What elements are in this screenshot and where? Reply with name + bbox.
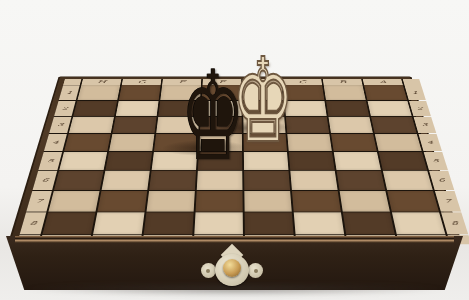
file-label-far-g: G — [121, 79, 160, 85]
square-a6[interactable] — [382, 171, 432, 190]
square-a4[interactable] — [374, 134, 421, 151]
square-a8[interactable] — [391, 212, 444, 234]
square-h7[interactable] — [48, 191, 99, 212]
file-label-far-a: A — [362, 79, 402, 85]
file-label-far-h: H — [81, 79, 121, 85]
rank-label-right-2: 2 — [408, 101, 430, 116]
rank-label-left-6: 6 — [32, 171, 57, 190]
square-h6[interactable] — [53, 171, 102, 190]
square-a1[interactable] — [364, 85, 407, 100]
rank-label-right-1: 1 — [404, 85, 425, 100]
rank-label-right-6: 6 — [429, 171, 454, 190]
square-g8[interactable] — [93, 212, 144, 234]
square-h1[interactable] — [77, 85, 120, 100]
rank-label-left-2: 2 — [54, 101, 76, 116]
square-h5[interactable] — [59, 152, 107, 170]
square-a7[interactable] — [387, 191, 439, 212]
square-f7[interactable] — [146, 191, 194, 212]
rank-label-left-1: 1 — [58, 85, 79, 100]
square-c5[interactable] — [288, 152, 334, 170]
square-f8[interactable] — [143, 212, 193, 234]
rank-label-right-3: 3 — [413, 117, 436, 133]
square-c8[interactable] — [293, 212, 343, 234]
square-g2[interactable] — [115, 101, 158, 116]
clasp-brass-button[interactable] — [223, 259, 241, 277]
clasp-screw-right-icon — [254, 269, 258, 273]
black-king-piece[interactable]: ♚ — [178, 66, 248, 168]
square-g5[interactable] — [105, 152, 152, 170]
square-c7[interactable] — [291, 191, 340, 212]
square-g1[interactable] — [118, 85, 160, 100]
rank-label-left-5: 5 — [38, 152, 62, 170]
file-label-far-b: B — [322, 79, 362, 85]
square-b2[interactable] — [326, 101, 369, 116]
square-b8[interactable] — [342, 212, 394, 234]
square-g7[interactable] — [97, 191, 147, 212]
square-h8[interactable] — [42, 212, 95, 234]
square-d8[interactable] — [244, 212, 293, 234]
clasp-screw-left-icon — [206, 269, 210, 273]
square-b1[interactable] — [323, 85, 365, 100]
rank-label-left-7: 7 — [26, 191, 52, 212]
rank-label-right-7: 7 — [434, 191, 460, 212]
square-b4[interactable] — [331, 134, 377, 151]
chessboard-photo: HGFEDCBA1122334455667788HGFEDCBA ♚ ♚ — [0, 0, 469, 300]
square-g6[interactable] — [101, 171, 149, 190]
square-a2[interactable] — [367, 101, 411, 116]
square-h4[interactable] — [64, 134, 111, 151]
square-h2[interactable] — [73, 101, 117, 116]
clasp[interactable] — [200, 247, 264, 291]
square-a3[interactable] — [371, 117, 417, 133]
square-a5[interactable] — [378, 152, 426, 170]
rank-label-right-4: 4 — [418, 134, 441, 151]
square-b6[interactable] — [336, 171, 385, 190]
square-g3[interactable] — [112, 117, 156, 133]
border-corner — [63, 79, 81, 85]
border-corner — [402, 79, 420, 85]
edge-inlay — [15, 236, 454, 243]
square-e7[interactable] — [195, 191, 242, 212]
rank-label-left-4: 4 — [43, 134, 66, 151]
rank-label-right-5: 5 — [423, 152, 447, 170]
square-b5[interactable] — [333, 152, 380, 170]
square-d6[interactable] — [244, 171, 290, 190]
rank-label-left-8: 8 — [19, 212, 46, 234]
square-e8[interactable] — [194, 212, 243, 234]
rank-label-left-3: 3 — [49, 117, 71, 133]
square-d7[interactable] — [244, 191, 291, 212]
square-h3[interactable] — [68, 117, 113, 133]
square-b7[interactable] — [339, 191, 389, 212]
square-g4[interactable] — [109, 134, 154, 151]
square-c6[interactable] — [290, 171, 337, 190]
square-b3[interactable] — [328, 117, 372, 133]
